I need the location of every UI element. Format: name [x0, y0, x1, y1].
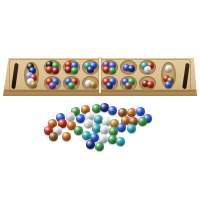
glass-bead-teal [116, 137, 125, 146]
glass-bead-green [95, 142, 104, 151]
glass-bead-orange [62, 132, 71, 141]
glass-bead-green [138, 117, 147, 126]
glass-bead-white [84, 119, 93, 128]
glass-bead-teal [127, 124, 136, 133]
glass-bead-blue [76, 114, 85, 123]
glass-bead-brown [49, 132, 58, 141]
glass-bead-navy [86, 140, 95, 149]
glass-bead-orange [127, 108, 136, 117]
glass-bead-white [100, 125, 109, 134]
glass-bead-blue [117, 123, 126, 132]
glass-bead-blue [108, 106, 117, 115]
product-photo-stage [0, 0, 200, 200]
glass-bead-blue [136, 107, 145, 116]
glass-bead-white [66, 112, 75, 121]
loose-beads-area [0, 0, 200, 200]
glass-bead-green [74, 126, 83, 135]
